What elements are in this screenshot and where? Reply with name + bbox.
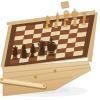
- chess-set-product-photo: ♞♝♛♚♜♟♟♟♟♟♟♟♟♟♟♜♞♝♛♚: [0, 0, 100, 100]
- case-shadow-inner: [10, 86, 70, 94]
- chess-board: [10, 18, 90, 64]
- lid-latch-knob-icon: [61, 2, 69, 9]
- board-square: [73, 50, 83, 56]
